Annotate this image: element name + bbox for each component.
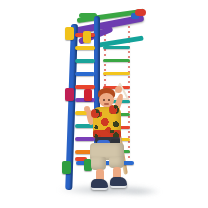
child-shoe-left <box>91 179 108 190</box>
child-sleeve-right <box>109 105 119 114</box>
child-eye-left <box>103 99 105 101</box>
child-hand-left <box>84 106 90 112</box>
gym-product-photo <box>0 0 208 208</box>
child-sleeve-left <box>91 109 100 118</box>
child-shoe-right <box>110 177 127 188</box>
child-eye-right <box>108 99 110 101</box>
child-hand-raised <box>115 86 122 93</box>
child <box>0 0 208 208</box>
